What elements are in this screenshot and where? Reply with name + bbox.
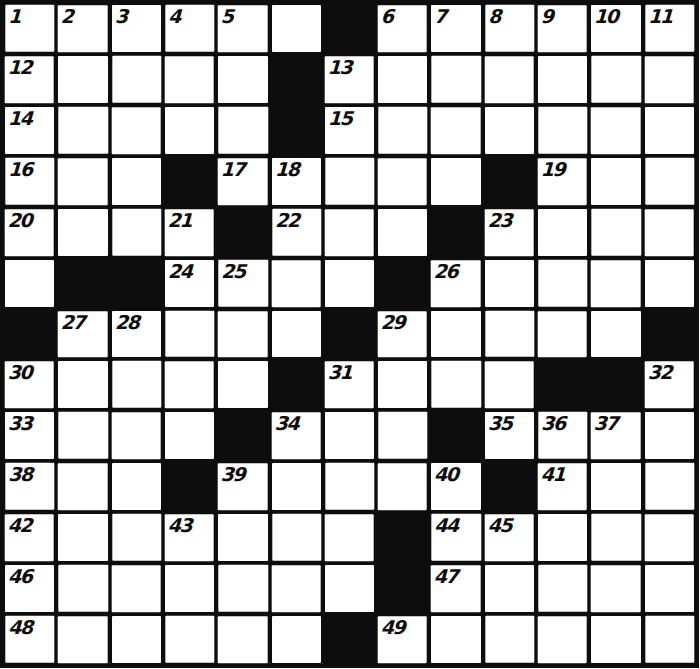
black-cell-r10c4 (165, 463, 214, 510)
cell-r9c11[interactable]: 36 (538, 412, 587, 459)
black-cell-r5c5 (218, 209, 267, 256)
cell-r11c12[interactable] (592, 514, 641, 561)
clue-number: 30 (7, 362, 31, 384)
cell-r12c6[interactable] (271, 565, 320, 612)
clue-number: 37 (594, 413, 618, 435)
cell-r3c5[interactable] (219, 107, 268, 154)
black-cell-r8c6 (272, 361, 321, 408)
cell-r11c6[interactable] (272, 514, 321, 561)
cell-r1c12[interactable]: 10 (591, 5, 640, 52)
cell-r6c4[interactable]: 24 (165, 260, 214, 307)
cell-r8c5[interactable] (218, 361, 267, 408)
cell-r1c13[interactable]: 11 (645, 5, 694, 52)
cell-r12c7[interactable] (325, 565, 374, 612)
cell-r2c11[interactable] (538, 56, 587, 103)
cell-r8c7[interactable]: 31 (325, 362, 374, 409)
clue-number: 32 (647, 362, 671, 384)
cell-r13c11[interactable] (538, 616, 587, 663)
cell-r3c13[interactable] (645, 107, 694, 154)
clue-number: 33 (8, 412, 32, 434)
cell-r1c6[interactable] (272, 5, 321, 52)
cell-r13c2[interactable] (58, 616, 107, 663)
cell-r13c6[interactable] (272, 616, 321, 663)
cell-r8c9[interactable] (432, 361, 481, 408)
cell-r10c5[interactable]: 39 (218, 464, 267, 511)
clue-number: 26 (434, 260, 458, 282)
black-cell-r13c7 (325, 616, 374, 663)
cell-r4c13[interactable] (645, 157, 694, 204)
cell-r3c9[interactable] (431, 107, 480, 154)
cell-r12c3[interactable] (111, 565, 160, 612)
clue-number: 21 (167, 209, 191, 231)
clue-number: 47 (434, 565, 458, 587)
cell-r8c8[interactable] (378, 361, 427, 408)
cell-r6c10[interactable] (485, 260, 534, 307)
cell-r3c2[interactable] (59, 107, 108, 154)
cell-r5c13[interactable] (644, 209, 693, 256)
cell-r5c11[interactable] (538, 209, 587, 256)
cell-r12c13[interactable] (645, 565, 694, 612)
cell-r2c12[interactable] (592, 56, 641, 103)
black-cell-r5c9 (432, 208, 481, 255)
cell-r13c8[interactable]: 49 (378, 616, 427, 663)
clue-number: 10 (594, 5, 618, 27)
cell-r9c10[interactable]: 35 (485, 412, 534, 459)
cell-r2c5[interactable] (218, 56, 267, 103)
cell-r6c13[interactable] (645, 260, 694, 307)
cell-r3c12[interactable] (591, 107, 640, 154)
cell-r13c10[interactable] (485, 616, 534, 663)
cell-r13c1[interactable]: 48 (5, 616, 54, 663)
black-cell-r2c6 (272, 56, 321, 103)
cell-r1c5[interactable]: 5 (218, 5, 267, 52)
clue-number: 13 (327, 56, 351, 78)
clue-number: 42 (7, 515, 31, 537)
cell-r2c10[interactable] (484, 56, 533, 103)
clue-number: 8 (488, 5, 501, 27)
cell-r9c1[interactable]: 33 (5, 412, 54, 459)
black-cell-r6c2 (59, 259, 108, 306)
clue-number: 27 (61, 311, 85, 333)
cell-r8c1[interactable]: 30 (5, 362, 54, 409)
cell-r13c3[interactable] (112, 616, 161, 663)
cell-r6c12[interactable] (591, 260, 640, 307)
cell-r9c8[interactable] (378, 412, 427, 459)
clue-number: 2 (61, 5, 74, 27)
clue-number: 20 (7, 209, 31, 231)
cell-r1c4[interactable]: 4 (165, 5, 214, 52)
cell-r10c6[interactable] (272, 463, 321, 510)
clue-number: 44 (434, 514, 458, 536)
cell-r1c11[interactable]: 9 (538, 5, 587, 52)
cell-r1c8[interactable]: 6 (378, 5, 427, 52)
cell-r11c7[interactable] (325, 515, 374, 562)
cell-r1c1[interactable]: 1 (5, 5, 54, 52)
cell-r10c9[interactable]: 40 (431, 463, 480, 510)
cell-r12c12[interactable] (591, 565, 640, 612)
cell-r10c1[interactable]: 38 (5, 463, 54, 510)
cell-r13c9[interactable] (431, 616, 480, 663)
cell-r7c3[interactable]: 28 (112, 311, 161, 358)
cell-r3c8[interactable] (378, 107, 427, 154)
cell-r5c2[interactable] (58, 209, 107, 256)
cell-r11c9[interactable]: 44 (432, 514, 481, 561)
clue-number: 48 (8, 616, 32, 638)
clue-number: 19 (540, 158, 564, 180)
cell-r7c9[interactable] (431, 311, 480, 358)
clue-number: 14 (8, 107, 32, 129)
black-cell-r4c4 (165, 157, 214, 204)
clue-number: 34 (274, 413, 298, 435)
cell-r8c13[interactable]: 32 (644, 362, 693, 409)
cell-r11c10[interactable]: 45 (484, 515, 533, 562)
cell-r11c4[interactable]: 43 (165, 515, 214, 562)
cell-r8c2[interactable] (58, 361, 107, 408)
black-cell-r8c12 (592, 361, 641, 408)
clue-number: 45 (487, 515, 511, 537)
cell-r1c10[interactable]: 8 (485, 5, 534, 52)
cell-r11c13[interactable] (644, 515, 693, 562)
cell-r8c4[interactable] (165, 362, 214, 409)
clue-number: 31 (327, 362, 351, 384)
black-cell-r6c8 (378, 259, 427, 306)
cell-r12c10[interactable] (485, 565, 534, 612)
cell-r1c3[interactable]: 3 (112, 5, 161, 52)
clue-number: 24 (168, 260, 192, 282)
crossword-grid: 1234567891011121314151617181920212223242… (0, 0, 699, 668)
cell-r11c2[interactable] (58, 514, 107, 561)
clue-number: 17 (221, 158, 245, 180)
cell-r10c2[interactable] (58, 464, 107, 511)
cell-r7c5[interactable] (218, 311, 267, 358)
cell-r6c7[interactable] (325, 260, 374, 307)
black-cell-r7c7 (325, 310, 374, 357)
cell-r7c4[interactable] (165, 310, 214, 357)
black-cell-r1c7 (325, 5, 374, 52)
clue-number: 46 (8, 565, 32, 587)
cell-r9c13[interactable] (645, 412, 694, 459)
cell-r8c10[interactable] (484, 362, 533, 409)
cell-r3c10[interactable] (485, 107, 534, 154)
cell-r12c1[interactable]: 46 (5, 565, 54, 612)
clue-number: 1 (8, 5, 21, 27)
cell-r7c12[interactable] (591, 311, 640, 358)
clue-number: 15 (327, 107, 351, 129)
cell-r10c13[interactable] (645, 463, 694, 510)
black-cell-r11c8 (378, 514, 427, 561)
crossword-page: 1234567891011121314151617181920212223242… (0, 0, 700, 669)
clue-number: 18 (274, 158, 298, 180)
cell-r11c3[interactable] (112, 514, 161, 561)
clue-number: 49 (380, 616, 404, 638)
cell-r4c8[interactable] (378, 158, 427, 205)
clue-number: 7 (434, 5, 447, 27)
black-cell-r9c9 (431, 413, 480, 460)
cell-r2c7[interactable]: 13 (325, 56, 374, 103)
cell-r9c6[interactable]: 34 (271, 413, 320, 460)
cell-r5c4[interactable]: 21 (165, 209, 214, 256)
clue-number: 35 (487, 412, 511, 434)
clue-number: 43 (167, 515, 191, 537)
cell-r4c5[interactable]: 17 (218, 158, 267, 205)
cell-r2c8[interactable] (378, 56, 427, 103)
cell-r11c11[interactable] (538, 514, 587, 561)
cell-r10c3[interactable] (112, 463, 161, 510)
cell-r9c2[interactable] (59, 412, 108, 459)
black-cell-r3c6 (271, 107, 320, 154)
cell-r12c9[interactable]: 47 (431, 565, 480, 612)
black-cell-r4c10 (485, 157, 534, 204)
cell-r4c3[interactable] (112, 158, 161, 205)
cell-r2c4[interactable] (165, 56, 214, 103)
clue-number: 6 (380, 5, 393, 27)
clue-number: 3 (114, 5, 127, 27)
clue-number: 28 (114, 311, 138, 333)
cell-r13c5[interactable] (218, 616, 267, 663)
cell-r13c4[interactable] (165, 616, 214, 663)
cell-r12c5[interactable] (219, 565, 268, 612)
black-cell-r7c1 (5, 310, 54, 357)
cell-r10c8[interactable] (378, 464, 427, 511)
cell-r7c11[interactable] (538, 311, 587, 358)
clue-number: 25 (221, 259, 245, 281)
cell-r7c10[interactable] (485, 310, 534, 357)
clue-number: 40 (434, 463, 458, 485)
cell-r13c12[interactable] (591, 616, 640, 663)
cell-r5c8[interactable] (378, 209, 427, 256)
cell-r1c9[interactable]: 7 (431, 5, 480, 52)
cell-r3c3[interactable] (111, 107, 160, 154)
clue-number: 39 (221, 464, 245, 486)
clue-number: 11 (648, 5, 672, 27)
cell-r10c7[interactable] (325, 463, 374, 510)
cell-r12c4[interactable] (165, 565, 214, 612)
cell-r10c11[interactable]: 41 (538, 464, 587, 511)
cell-r1c2[interactable]: 2 (58, 5, 107, 52)
cell-r5c6[interactable]: 22 (272, 208, 321, 255)
cell-r12c2[interactable] (59, 565, 108, 612)
cell-r5c12[interactable] (592, 208, 641, 255)
cell-r5c3[interactable] (112, 208, 161, 255)
clue-number: 29 (380, 311, 404, 333)
cell-r3c1[interactable]: 14 (5, 107, 54, 154)
clue-number: 16 (8, 157, 32, 179)
black-cell-r12c8 (378, 565, 427, 612)
cell-r4c2[interactable] (58, 158, 107, 205)
cell-r4c9[interactable] (431, 158, 480, 205)
clue-number: 38 (8, 463, 32, 485)
cell-r5c1[interactable]: 20 (5, 209, 54, 256)
clue-number: 5 (221, 5, 234, 27)
cell-r4c11[interactable]: 19 (538, 158, 587, 205)
cell-r9c4[interactable] (165, 412, 214, 459)
cell-r6c11[interactable] (538, 259, 587, 306)
cell-r9c12[interactable]: 37 (591, 413, 640, 460)
cell-r6c1[interactable] (5, 260, 54, 307)
cell-r2c2[interactable] (58, 56, 107, 103)
cell-r5c10[interactable]: 23 (484, 209, 533, 256)
cell-r6c9[interactable]: 26 (431, 260, 480, 307)
cell-r7c2[interactable]: 27 (58, 311, 107, 358)
clue-number: 41 (540, 464, 564, 486)
black-cell-r6c3 (111, 260, 160, 307)
black-cell-r7c13 (645, 310, 694, 357)
cell-r13c13[interactable] (645, 616, 694, 663)
cell-r8c3[interactable] (112, 361, 161, 408)
cell-r11c5[interactable] (218, 514, 267, 561)
cell-r4c6[interactable]: 18 (272, 158, 321, 205)
cell-r9c3[interactable] (111, 413, 160, 460)
cell-r9c7[interactable] (325, 412, 374, 459)
cell-r5c7[interactable] (325, 209, 374, 256)
clue-number: 9 (540, 5, 553, 27)
black-cell-r9c5 (219, 412, 268, 459)
cell-r4c12[interactable] (591, 158, 640, 205)
cell-r2c1[interactable]: 12 (5, 56, 54, 103)
cell-r7c6[interactable] (272, 311, 321, 358)
cell-r3c7[interactable]: 15 (325, 107, 374, 154)
cell-r2c9[interactable] (432, 56, 481, 103)
cell-r4c1[interactable]: 16 (5, 157, 54, 204)
clue-number: 12 (7, 56, 31, 78)
cell-r10c12[interactable] (591, 463, 640, 510)
cell-r2c13[interactable] (644, 56, 693, 103)
cell-r11c1[interactable]: 42 (5, 515, 54, 562)
cell-r6c5[interactable]: 25 (219, 259, 268, 306)
cell-r3c4[interactable] (165, 107, 214, 154)
clue-number: 36 (541, 412, 565, 434)
clue-number: 22 (274, 208, 298, 230)
cell-r7c8[interactable]: 29 (378, 311, 427, 358)
black-cell-r8c11 (538, 361, 587, 408)
cell-r4c7[interactable] (325, 157, 374, 204)
cell-r12c11[interactable] (538, 565, 587, 612)
cell-r3c11[interactable] (538, 107, 587, 154)
cell-r6c6[interactable] (271, 260, 320, 307)
clue-number: 23 (487, 209, 511, 231)
black-cell-r10c10 (485, 463, 534, 510)
clue-number: 4 (168, 5, 181, 27)
cell-r2c3[interactable] (112, 56, 161, 103)
